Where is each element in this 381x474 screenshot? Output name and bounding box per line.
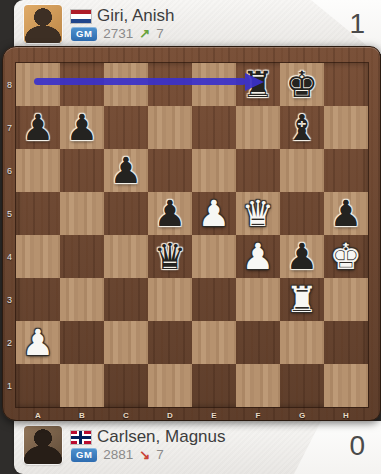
square-c7[interactable] [104, 106, 148, 149]
player-rating-bottom: 2881 [103, 447, 133, 462]
square-d7[interactable] [148, 106, 192, 149]
square-c5[interactable] [104, 192, 148, 235]
score-panel-bottom [285, 421, 381, 474]
file-label-b: B [72, 409, 92, 422]
square-b4[interactable] [60, 235, 104, 278]
player-card-bottom: Carlsen, Magnus GM 2881 ↘ 7 0 [14, 421, 381, 474]
rank-label-7: 7 [3, 121, 16, 135]
square-e1[interactable] [192, 364, 236, 407]
rank-label-8: 8 [3, 78, 16, 92]
square-b5[interactable] [60, 192, 104, 235]
black-pawn-c6[interactable]: ♟ [104, 149, 148, 192]
white-king-h4[interactable]: ♚ [324, 235, 368, 278]
chess-app-window: Giri, Anish GM 2731 ↗ 7 1 87654321 ABCDE… [0, 0, 381, 474]
square-h7[interactable] [324, 106, 368, 149]
white-pawn-a2[interactable]: ♟ [16, 321, 60, 364]
white-rook-g3[interactable]: ♜ [280, 278, 324, 321]
square-e3[interactable] [192, 278, 236, 321]
trend-down-icon: ↘ [139, 447, 150, 462]
square-f7[interactable] [236, 106, 280, 149]
square-c3[interactable] [104, 278, 148, 321]
gm-title-badge-bottom: GM [71, 448, 97, 462]
player-name-bottom: Carlsen, Magnus [97, 427, 226, 447]
square-d1[interactable] [148, 364, 192, 407]
square-f6[interactable] [236, 149, 280, 192]
black-pawn-b7[interactable]: ♟ [60, 106, 104, 149]
square-g1[interactable] [280, 364, 324, 407]
file-label-c: C [116, 409, 136, 422]
file-label-h: H [336, 409, 356, 422]
square-c4[interactable] [104, 235, 148, 278]
square-h3[interactable] [324, 278, 368, 321]
square-g5[interactable] [280, 192, 324, 235]
player-rating-top: 2731 [103, 26, 133, 41]
file-label-g: G [292, 409, 312, 422]
file-label-a: A [28, 409, 48, 422]
black-king-g8[interactable]: ♚ [280, 63, 324, 106]
square-h6[interactable] [324, 149, 368, 192]
square-e7[interactable] [192, 106, 236, 149]
square-b6[interactable] [60, 149, 104, 192]
rank-label-6: 6 [3, 164, 16, 178]
last-move-arrow-line [34, 78, 246, 85]
player-avatar-bottom [24, 426, 62, 464]
square-h2[interactable] [324, 321, 368, 364]
player-name-top: Giri, Anish [97, 6, 174, 26]
square-b2[interactable] [60, 321, 104, 364]
player-avatar-top [24, 5, 62, 43]
white-pawn-f4[interactable]: ♟ [236, 235, 280, 278]
trend-up-icon: ↗ [139, 26, 150, 41]
netherlands-flag-icon [71, 10, 91, 23]
square-a3[interactable] [16, 278, 60, 321]
black-bishop-g7[interactable]: ♝ [280, 106, 324, 149]
square-b1[interactable] [60, 364, 104, 407]
square-e4[interactable] [192, 235, 236, 278]
square-a1[interactable] [16, 364, 60, 407]
last-move-arrow-head [245, 73, 264, 91]
square-c2[interactable] [104, 321, 148, 364]
rank-label-1: 1 [3, 379, 16, 393]
file-label-f: F [248, 409, 268, 422]
square-g2[interactable] [280, 321, 324, 364]
black-pawn-g4[interactable]: ♟ [280, 235, 324, 278]
square-a5[interactable] [16, 192, 60, 235]
white-queen-f5[interactable]: ♛ [236, 192, 280, 235]
score-top: 1 [349, 8, 365, 40]
file-label-e: E [204, 409, 224, 422]
black-pawn-a7[interactable]: ♟ [16, 106, 60, 149]
chess-board[interactable]: 87654321 ABCDEFGH ♜♚♟♟♝♟♟♟♛♟♛♟♟♚♜♟ [2, 46, 381, 421]
square-a4[interactable] [16, 235, 60, 278]
norway-flag-icon [71, 431, 91, 444]
score-bottom: 0 [349, 430, 365, 462]
square-f2[interactable] [236, 321, 280, 364]
square-f3[interactable] [236, 278, 280, 321]
trend-value-top: 7 [156, 26, 164, 41]
square-d6[interactable] [148, 149, 192, 192]
rank-label-4: 4 [3, 250, 16, 264]
rank-label-2: 2 [3, 336, 16, 350]
black-pawn-d5[interactable]: ♟ [148, 192, 192, 235]
black-pawn-h5[interactable]: ♟ [324, 192, 368, 235]
square-e6[interactable] [192, 149, 236, 192]
square-d3[interactable] [148, 278, 192, 321]
square-a6[interactable] [16, 149, 60, 192]
rank-label-5: 5 [3, 207, 16, 221]
square-e2[interactable] [192, 321, 236, 364]
file-label-d: D [160, 409, 180, 422]
black-queen-d4[interactable]: ♛ [148, 235, 192, 278]
rank-label-3: 3 [3, 293, 16, 307]
white-pawn-e5[interactable]: ♟ [192, 192, 236, 235]
gm-title-badge-top: GM [71, 27, 97, 41]
square-c1[interactable] [104, 364, 148, 407]
square-b3[interactable] [60, 278, 104, 321]
trend-value-bottom: 7 [156, 447, 164, 462]
square-h1[interactable] [324, 364, 368, 407]
square-g6[interactable] [280, 149, 324, 192]
square-h8[interactable] [324, 63, 368, 106]
square-d2[interactable] [148, 321, 192, 364]
square-f1[interactable] [236, 364, 280, 407]
